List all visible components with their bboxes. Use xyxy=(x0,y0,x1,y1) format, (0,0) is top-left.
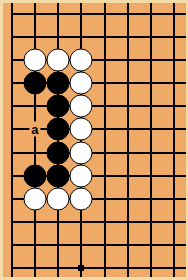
white-stone xyxy=(47,187,70,210)
grid-line-vertical xyxy=(127,118,129,141)
intersection xyxy=(163,2,186,25)
grid-line-vertical xyxy=(173,234,175,257)
grid-line-vertical xyxy=(173,48,175,71)
intersection xyxy=(70,141,93,164)
grid-line-vertical xyxy=(173,187,175,210)
grid-line-vertical xyxy=(150,71,152,94)
grid-line-horizontal xyxy=(12,267,24,269)
intersection xyxy=(47,164,70,187)
grid-line-vertical xyxy=(11,210,13,233)
grid-line-vertical xyxy=(80,2,82,25)
intersection xyxy=(0,118,23,141)
intersection xyxy=(70,210,93,233)
intersection xyxy=(93,164,116,187)
grid-line-vertical xyxy=(173,118,175,141)
intersection: a xyxy=(23,118,46,141)
white-stone xyxy=(70,95,93,118)
intersection xyxy=(47,2,70,25)
intersection xyxy=(23,2,46,25)
intersection xyxy=(93,187,116,210)
intersection xyxy=(116,187,139,210)
grid-line-horizontal xyxy=(12,59,24,61)
intersection xyxy=(23,234,46,257)
intersection xyxy=(47,95,70,118)
grid-line-vertical xyxy=(173,2,175,25)
grid-line-vertical xyxy=(150,210,152,233)
grid-line-vertical xyxy=(127,210,129,233)
intersection xyxy=(140,210,163,233)
intersection xyxy=(163,141,186,164)
intersection xyxy=(0,48,23,71)
intersection xyxy=(0,25,23,48)
intersection xyxy=(116,25,139,48)
grid-line-vertical xyxy=(11,71,13,94)
grid-line-vertical xyxy=(104,234,106,257)
grid-line-vertical xyxy=(150,118,152,141)
grid-line-vertical xyxy=(104,187,106,210)
grid-line-vertical xyxy=(127,25,129,48)
grid-line-vertical xyxy=(150,234,152,257)
grid-line-horizontal xyxy=(12,36,24,38)
grid-line-vertical xyxy=(11,164,13,187)
intersection xyxy=(93,210,116,233)
intersection xyxy=(140,71,163,94)
grid-line-vertical xyxy=(11,118,13,141)
grid-line-vertical xyxy=(150,187,152,210)
grid-line-horizontal xyxy=(12,105,24,107)
intersection xyxy=(140,2,163,25)
intersection xyxy=(116,95,139,118)
grid-line-vertical xyxy=(104,118,106,141)
intersection xyxy=(47,48,70,71)
grid-line-vertical xyxy=(127,71,129,94)
grid-line-vertical xyxy=(173,141,175,164)
intersection xyxy=(0,164,23,187)
grid-line-vertical xyxy=(80,234,82,257)
white-stone xyxy=(47,48,70,71)
grid-line-vertical xyxy=(104,25,106,48)
black-stone xyxy=(47,72,70,95)
grid-line-vertical xyxy=(127,234,129,257)
grid-line-horizontal xyxy=(12,175,24,177)
white-stone xyxy=(70,118,93,141)
intersection xyxy=(23,187,46,210)
intersection xyxy=(70,2,93,25)
grid-line-vertical xyxy=(34,141,36,164)
grid-line-vertical xyxy=(173,95,175,118)
grid-line-vertical xyxy=(104,210,106,233)
intersection xyxy=(116,164,139,187)
intersection xyxy=(70,118,93,141)
intersection xyxy=(163,48,186,71)
grid-line-vertical xyxy=(57,234,59,257)
star-point xyxy=(78,265,84,271)
grid-line-vertical xyxy=(104,164,106,187)
intersection xyxy=(93,95,116,118)
grid-line-horizontal xyxy=(12,221,24,223)
grid-line-horizontal xyxy=(12,152,24,154)
intersection xyxy=(0,2,23,25)
intersection xyxy=(93,141,116,164)
grid-line-vertical xyxy=(80,210,82,233)
intersection xyxy=(47,234,70,257)
black-stone xyxy=(23,164,46,187)
grid-line-vertical xyxy=(57,210,59,233)
intersection xyxy=(0,234,23,257)
grid-line-vertical xyxy=(104,2,106,25)
point-label-a: a xyxy=(29,122,40,137)
intersection xyxy=(70,95,93,118)
white-stone xyxy=(70,48,93,71)
grid-line-vertical xyxy=(104,95,106,118)
grid-line-vertical xyxy=(150,141,152,164)
go-diagram: a xyxy=(0,0,188,280)
grid-line-vertical xyxy=(173,210,175,233)
grid-line-vertical xyxy=(150,95,152,118)
white-stone xyxy=(70,141,93,164)
intersection xyxy=(93,2,116,25)
grid-line-vertical xyxy=(34,95,36,118)
intersection xyxy=(70,25,93,48)
grid-line-vertical xyxy=(34,2,36,25)
intersection xyxy=(163,25,186,48)
border-strip-top xyxy=(0,0,188,3)
grid-line-vertical xyxy=(11,187,13,210)
grid-line-vertical xyxy=(11,2,13,25)
grid-line-vertical xyxy=(127,2,129,25)
intersection xyxy=(163,164,186,187)
grid-line-vertical xyxy=(80,25,82,48)
intersection xyxy=(93,71,116,94)
intersection xyxy=(140,95,163,118)
grid-line-vertical xyxy=(150,164,152,187)
grid-line-vertical xyxy=(34,234,36,257)
grid-line-vertical xyxy=(11,48,13,71)
intersection xyxy=(163,95,186,118)
intersection xyxy=(23,164,46,187)
intersection xyxy=(47,71,70,94)
grid-line-vertical xyxy=(104,141,106,164)
grid-line-vertical xyxy=(127,141,129,164)
intersection xyxy=(163,187,186,210)
white-stone xyxy=(70,187,93,210)
grid-line-vertical xyxy=(57,2,59,25)
black-stone xyxy=(47,141,70,164)
intersection xyxy=(163,71,186,94)
white-stone xyxy=(23,48,46,71)
intersection xyxy=(140,118,163,141)
border-strip-left xyxy=(0,0,3,280)
grid-line-horizontal xyxy=(12,244,24,246)
grid-line-vertical xyxy=(34,25,36,48)
intersection xyxy=(47,141,70,164)
intersection xyxy=(140,164,163,187)
grid-line-horizontal xyxy=(12,198,24,200)
grid-line-vertical xyxy=(150,2,152,25)
intersection xyxy=(70,71,93,94)
intersection xyxy=(0,187,23,210)
grid-line-vertical xyxy=(104,71,106,94)
intersection xyxy=(70,234,93,257)
intersection xyxy=(0,210,23,233)
grid-line-horizontal xyxy=(12,13,24,15)
intersection xyxy=(116,2,139,25)
grid-line-vertical xyxy=(104,48,106,71)
intersection xyxy=(23,210,46,233)
grid-line-vertical xyxy=(127,48,129,71)
intersection xyxy=(116,48,139,71)
intersection xyxy=(140,234,163,257)
border-strip-right xyxy=(186,0,188,280)
intersection xyxy=(93,48,116,71)
intersection xyxy=(0,141,23,164)
intersection xyxy=(116,210,139,233)
intersection xyxy=(23,95,46,118)
black-stone xyxy=(23,72,46,95)
intersection xyxy=(47,187,70,210)
black-stone xyxy=(47,95,70,118)
white-stone xyxy=(70,164,93,187)
grid-line-horizontal xyxy=(12,128,24,130)
intersection xyxy=(116,71,139,94)
intersection xyxy=(47,25,70,48)
intersection xyxy=(23,25,46,48)
grid-line-vertical xyxy=(150,25,152,48)
intersection xyxy=(23,48,46,71)
intersection xyxy=(70,164,93,187)
intersection xyxy=(163,118,186,141)
grid-line-vertical xyxy=(11,25,13,48)
intersection xyxy=(70,187,93,210)
grid-line-vertical xyxy=(127,187,129,210)
grid-line-horizontal xyxy=(12,82,24,84)
grid-line-vertical xyxy=(11,141,13,164)
intersection xyxy=(163,210,186,233)
grid-line-vertical xyxy=(127,95,129,118)
intersection xyxy=(140,48,163,71)
black-stone xyxy=(47,118,70,141)
intersection xyxy=(140,187,163,210)
intersection xyxy=(47,210,70,233)
intersection xyxy=(0,95,23,118)
intersection xyxy=(23,71,46,94)
grid-line-vertical xyxy=(11,95,13,118)
intersection xyxy=(116,118,139,141)
white-stone xyxy=(70,72,93,95)
black-stone xyxy=(47,164,70,187)
grid-line-vertical xyxy=(173,71,175,94)
intersection xyxy=(140,141,163,164)
grid-line-vertical xyxy=(127,164,129,187)
intersection xyxy=(116,234,139,257)
intersection xyxy=(93,25,116,48)
intersection xyxy=(93,118,116,141)
grid-line-vertical xyxy=(173,25,175,48)
intersection xyxy=(0,71,23,94)
grid-line-vertical xyxy=(11,234,13,257)
white-stone xyxy=(23,187,46,210)
grid-line-vertical xyxy=(150,48,152,71)
intersection xyxy=(70,48,93,71)
intersection xyxy=(47,118,70,141)
intersection xyxy=(23,141,46,164)
intersection xyxy=(140,25,163,48)
grid-line-vertical xyxy=(57,25,59,48)
intersection xyxy=(163,234,186,257)
intersection xyxy=(93,234,116,257)
go-board: a xyxy=(0,2,186,280)
grid-line-vertical xyxy=(34,210,36,233)
intersection xyxy=(116,141,139,164)
grid-line-vertical xyxy=(173,164,175,187)
